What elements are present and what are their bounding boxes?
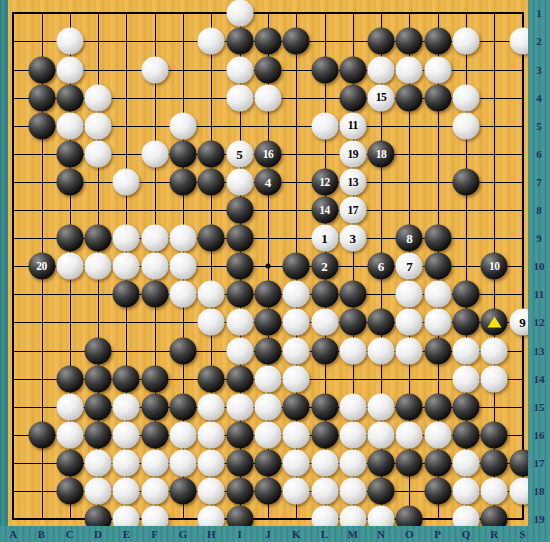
stone-O17-black xyxy=(396,449,423,476)
stone-G10-white xyxy=(170,253,197,280)
stone-F11-black xyxy=(141,281,168,308)
column-label-E: E xyxy=(123,529,130,540)
stone-H14-black xyxy=(198,365,225,392)
stone-N17-black xyxy=(368,449,395,476)
stone-N2-black xyxy=(368,28,395,55)
stone-L16-black xyxy=(311,421,338,448)
column-label-K: K xyxy=(292,529,301,540)
stone-O16-white xyxy=(396,421,423,448)
move-number-7: 7 xyxy=(406,260,413,273)
move-number-5: 5 xyxy=(236,147,243,160)
stone-J3-black xyxy=(254,56,281,83)
stone-Q2-white xyxy=(453,28,480,55)
column-label-R: R xyxy=(490,529,498,540)
stone-D10-white xyxy=(85,253,112,280)
row-label-13: 13 xyxy=(534,345,545,356)
stone-E18-white xyxy=(113,478,140,505)
column-label-G: G xyxy=(179,529,188,540)
stone-E17-white xyxy=(113,449,140,476)
stone-D6-white xyxy=(85,140,112,167)
stone-E7-white xyxy=(113,168,140,195)
stone-N3-white xyxy=(368,56,395,83)
stone-K10-black xyxy=(283,253,310,280)
stone-J11-black xyxy=(254,281,281,308)
stone-P12-white xyxy=(424,309,451,336)
move-number-20: 20 xyxy=(36,260,47,272)
stone-N12-black xyxy=(368,309,395,336)
stone-C9-black xyxy=(56,225,83,252)
stone-J2-black xyxy=(254,28,281,55)
move-number-15: 15 xyxy=(376,92,387,104)
stone-I12-white xyxy=(226,309,253,336)
row-label-3: 3 xyxy=(536,64,542,75)
stone-Q17-white xyxy=(453,449,480,476)
stone-H9-black xyxy=(198,225,225,252)
column-coordinate-strip: ABCDEFGHIJKLMNOPQRS xyxy=(0,526,550,542)
stone-F17-white xyxy=(141,449,168,476)
move-number-2: 2 xyxy=(321,260,328,273)
stone-O4-black xyxy=(396,84,423,111)
column-label-Q: Q xyxy=(462,529,471,540)
stone-Q14-white xyxy=(453,365,480,392)
stone-C5-white xyxy=(56,112,83,139)
stone-E11-black xyxy=(113,281,140,308)
stone-Q11-black xyxy=(453,281,480,308)
stone-G13-black xyxy=(170,337,197,364)
stone-B10-black: 20 xyxy=(28,253,55,280)
column-label-M: M xyxy=(348,529,358,540)
stone-I9-black xyxy=(226,225,253,252)
go-diagram: 1511516191841213141713820267109 12345678… xyxy=(0,0,550,542)
stone-M4-black xyxy=(339,84,366,111)
stone-N15-white xyxy=(368,393,395,420)
move-number-18: 18 xyxy=(376,148,387,160)
row-label-6: 6 xyxy=(536,148,542,159)
stone-G17-white xyxy=(170,449,197,476)
stone-G18-black xyxy=(170,478,197,505)
stone-C14-black xyxy=(56,365,83,392)
stone-O2-black xyxy=(396,28,423,55)
stone-I10-black xyxy=(226,253,253,280)
move-number-19: 19 xyxy=(348,148,359,160)
stone-F6-white xyxy=(141,140,168,167)
stone-I2-black xyxy=(226,28,253,55)
stone-I13-white xyxy=(226,337,253,364)
stone-C3-white xyxy=(56,56,83,83)
stone-P11-white xyxy=(424,281,451,308)
stone-L15-black xyxy=(311,393,338,420)
left-edge-strip xyxy=(0,0,8,542)
stone-O12-white xyxy=(396,309,423,336)
move-number-3: 3 xyxy=(350,232,357,245)
move-number-14: 14 xyxy=(319,204,330,216)
stone-H17-white xyxy=(198,449,225,476)
stone-F14-black xyxy=(141,365,168,392)
stone-M9-white: 3 xyxy=(339,225,366,252)
column-label-J: J xyxy=(265,529,271,540)
stone-K14-white xyxy=(283,365,310,392)
move-number-9: 9 xyxy=(519,316,526,329)
stone-C7-black xyxy=(56,168,83,195)
stone-L12-white xyxy=(311,309,338,336)
stone-F18-white xyxy=(141,478,168,505)
stone-C4-black xyxy=(56,84,83,111)
stone-H11-white xyxy=(198,281,225,308)
row-label-12: 12 xyxy=(534,317,545,328)
row-label-18: 18 xyxy=(534,486,545,497)
move-number-17: 17 xyxy=(348,204,359,216)
stone-N10-black: 6 xyxy=(368,253,395,280)
stone-E10-white xyxy=(113,253,140,280)
stone-E16-white xyxy=(113,421,140,448)
stone-L18-white xyxy=(311,478,338,505)
stone-M5-white: 11 xyxy=(339,112,366,139)
stone-O3-white xyxy=(396,56,423,83)
stone-L13-black xyxy=(311,337,338,364)
stone-F15-black xyxy=(141,393,168,420)
move-number-10: 10 xyxy=(489,260,500,272)
stone-Q4-white xyxy=(453,84,480,111)
stone-O13-white xyxy=(396,337,423,364)
stone-H2-white xyxy=(198,28,225,55)
stone-P9-black xyxy=(424,225,451,252)
stone-D17-white xyxy=(85,449,112,476)
stone-M18-white xyxy=(339,478,366,505)
move-number-13: 13 xyxy=(348,176,359,188)
stone-J7-black: 4 xyxy=(254,168,281,195)
stone-M16-white xyxy=(339,421,366,448)
row-label-2: 2 xyxy=(536,36,542,47)
stone-Q16-black xyxy=(453,421,480,448)
stone-C15-white xyxy=(56,393,83,420)
stone-O15-black xyxy=(396,393,423,420)
stone-M8-white: 17 xyxy=(339,197,366,224)
stone-R13-white xyxy=(481,337,508,364)
stone-K17-white xyxy=(283,449,310,476)
stone-D14-black xyxy=(85,365,112,392)
stone-Q15-black xyxy=(453,393,480,420)
stone-K12-white xyxy=(283,309,310,336)
stone-H7-black xyxy=(198,168,225,195)
stone-O9-black: 8 xyxy=(396,225,423,252)
stone-J12-black xyxy=(254,309,281,336)
stone-H12-white xyxy=(198,309,225,336)
stone-L5-white xyxy=(311,112,338,139)
stone-P16-white xyxy=(424,421,451,448)
move-number-8: 8 xyxy=(406,232,413,245)
stone-P17-black xyxy=(424,449,451,476)
stone-F3-white xyxy=(141,56,168,83)
row-label-10: 10 xyxy=(534,261,545,272)
stone-P3-white xyxy=(424,56,451,83)
column-label-D: D xyxy=(94,529,102,540)
column-label-C: C xyxy=(66,529,74,540)
stone-I1-white xyxy=(226,0,253,27)
stone-E14-black xyxy=(113,365,140,392)
column-label-S: S xyxy=(520,529,526,540)
stone-N4-white: 15 xyxy=(368,84,395,111)
stone-M13-white xyxy=(339,337,366,364)
stone-P18-black xyxy=(424,478,451,505)
stone-M15-white xyxy=(339,393,366,420)
stone-F9-white xyxy=(141,225,168,252)
move-number-12: 12 xyxy=(319,176,330,188)
stone-K13-white xyxy=(283,337,310,364)
stone-K2-black xyxy=(283,28,310,55)
stone-I4-white xyxy=(226,84,253,111)
row-label-11: 11 xyxy=(534,289,544,300)
row-label-9: 9 xyxy=(536,233,542,244)
stone-B16-black xyxy=(28,421,55,448)
row-coordinate-strip: 12345678910111213141516171819 xyxy=(528,0,550,542)
row-label-8: 8 xyxy=(536,205,542,216)
column-label-H: H xyxy=(207,529,216,540)
row-label-1: 1 xyxy=(536,8,542,19)
stone-L9-white: 1 xyxy=(311,225,338,252)
stone-C10-white xyxy=(56,253,83,280)
stone-I15-white xyxy=(226,393,253,420)
stone-I14-black xyxy=(226,365,253,392)
stone-F10-white xyxy=(141,253,168,280)
column-label-N: N xyxy=(377,529,385,540)
stone-M12-black xyxy=(339,309,366,336)
row-label-14: 14 xyxy=(534,373,545,384)
stone-M7-white: 13 xyxy=(339,168,366,195)
stone-D13-black xyxy=(85,337,112,364)
move-number-6: 6 xyxy=(378,260,385,273)
stone-K16-white xyxy=(283,421,310,448)
stone-R18-white xyxy=(481,478,508,505)
stone-Q5-white xyxy=(453,112,480,139)
stone-G7-black xyxy=(170,168,197,195)
stone-I7-white xyxy=(226,168,253,195)
stone-I18-black xyxy=(226,478,253,505)
stone-J13-black xyxy=(254,337,281,364)
row-label-5: 5 xyxy=(536,120,542,131)
column-label-P: P xyxy=(434,529,441,540)
stone-R17-black xyxy=(481,449,508,476)
stone-N16-white xyxy=(368,421,395,448)
stone-O11-white xyxy=(396,281,423,308)
stone-G11-white xyxy=(170,281,197,308)
stone-H16-white xyxy=(198,421,225,448)
stone-L11-black xyxy=(311,281,338,308)
stone-L7-black: 12 xyxy=(311,168,338,195)
column-label-A: A xyxy=(9,529,17,540)
stone-Q13-white xyxy=(453,337,480,364)
stone-P10-black xyxy=(424,253,451,280)
stone-B5-black xyxy=(28,112,55,139)
stone-J6-black: 16 xyxy=(254,140,281,167)
stone-C16-white xyxy=(56,421,83,448)
row-label-15: 15 xyxy=(534,401,545,412)
stone-M17-white xyxy=(339,449,366,476)
stone-C18-black xyxy=(56,478,83,505)
stone-I6-white: 5 xyxy=(226,140,253,167)
row-label-19: 19 xyxy=(534,514,545,525)
stone-J18-black xyxy=(254,478,281,505)
stone-R16-black xyxy=(481,421,508,448)
stone-R12-black xyxy=(481,309,508,336)
stone-N18-black xyxy=(368,478,395,505)
stone-D5-white xyxy=(85,112,112,139)
column-label-F: F xyxy=(151,529,158,540)
stone-D4-white xyxy=(85,84,112,111)
column-label-B: B xyxy=(38,529,45,540)
stone-J16-white xyxy=(254,421,281,448)
stone-G16-white xyxy=(170,421,197,448)
stone-N6-black: 18 xyxy=(368,140,395,167)
stone-R14-white xyxy=(481,365,508,392)
hoshi-point xyxy=(265,264,270,269)
stone-L3-black xyxy=(311,56,338,83)
stone-L10-black: 2 xyxy=(311,253,338,280)
stone-L17-white xyxy=(311,449,338,476)
stone-G15-black xyxy=(170,393,197,420)
move-number-11: 11 xyxy=(348,120,358,132)
stone-J14-white xyxy=(254,365,281,392)
stone-C17-black xyxy=(56,449,83,476)
stone-G6-black xyxy=(170,140,197,167)
column-label-O: O xyxy=(405,529,414,540)
stone-D16-black xyxy=(85,421,112,448)
stone-Q18-white xyxy=(453,478,480,505)
row-label-4: 4 xyxy=(536,92,542,103)
stone-I3-white xyxy=(226,56,253,83)
stone-D9-black xyxy=(85,225,112,252)
stone-J15-white xyxy=(254,393,281,420)
stone-P13-black xyxy=(424,337,451,364)
column-label-I: I xyxy=(237,529,241,540)
stone-J17-black xyxy=(254,449,281,476)
stone-G9-white xyxy=(170,225,197,252)
stone-I17-black xyxy=(226,449,253,476)
stone-H6-black xyxy=(198,140,225,167)
stone-L8-black: 14 xyxy=(311,197,338,224)
stone-J4-white xyxy=(254,84,281,111)
move-number-16: 16 xyxy=(263,148,274,160)
stone-I8-black xyxy=(226,197,253,224)
stone-D15-black xyxy=(85,393,112,420)
stone-M3-black xyxy=(339,56,366,83)
stone-F16-black xyxy=(141,421,168,448)
stone-Q7-black xyxy=(453,168,480,195)
stone-P4-black xyxy=(424,84,451,111)
stone-E15-white xyxy=(113,393,140,420)
stone-I16-black xyxy=(226,421,253,448)
stone-K11-white xyxy=(283,281,310,308)
triangle-marker xyxy=(487,317,501,328)
column-label-L: L xyxy=(321,529,328,540)
stone-D18-white xyxy=(85,478,112,505)
stone-B4-black xyxy=(28,84,55,111)
stone-M11-black xyxy=(339,281,366,308)
stone-P2-black xyxy=(424,28,451,55)
move-number-4: 4 xyxy=(265,175,272,188)
stone-C2-white xyxy=(56,28,83,55)
row-label-17: 17 xyxy=(534,457,545,468)
row-label-7: 7 xyxy=(536,176,542,187)
stone-P15-black xyxy=(424,393,451,420)
move-number-1: 1 xyxy=(321,232,328,245)
stone-E9-white xyxy=(113,225,140,252)
stone-C6-black xyxy=(56,140,83,167)
stone-I11-black xyxy=(226,281,253,308)
stone-H18-white xyxy=(198,478,225,505)
stone-R10-black: 10 xyxy=(481,253,508,280)
stone-K18-white xyxy=(283,478,310,505)
stone-N13-white xyxy=(368,337,395,364)
row-label-16: 16 xyxy=(534,429,545,440)
stone-M6-white: 19 xyxy=(339,140,366,167)
stone-H15-white xyxy=(198,393,225,420)
stone-O10-white: 7 xyxy=(396,253,423,280)
stone-G5-white xyxy=(170,112,197,139)
stone-B3-black xyxy=(28,56,55,83)
stone-K15-black xyxy=(283,393,310,420)
stone-Q12-black xyxy=(453,309,480,336)
